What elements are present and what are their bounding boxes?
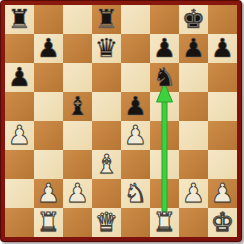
square-a6: ♟ [5,63,34,92]
square-h6 [208,63,237,92]
piece-black-bishop-c5: ♝ [63,92,92,121]
square-b6 [34,63,63,92]
piece-black-pawn-a6: ♟ [5,63,34,92]
square-b2: ♟ [34,179,63,208]
square-b5 [34,92,63,121]
square-g2: ♟ [179,179,208,208]
square-c6 [63,63,92,92]
square-f7: ♟ [150,34,179,63]
square-f4 [150,121,179,150]
square-a8: ♜ [5,5,34,34]
square-g5 [179,92,208,121]
square-f2 [150,179,179,208]
piece-black-pawn-h7: ♟ [208,34,237,63]
square-c8 [63,5,92,34]
square-a4: ♟ [5,121,34,150]
square-f1: ♜ [150,208,179,237]
square-h3 [208,150,237,179]
square-b4 [34,121,63,150]
piece-black-pawn-e5: ♟ [121,92,150,121]
square-d4 [92,121,121,150]
square-e4: ♟ [121,121,150,150]
square-h5 [208,92,237,121]
piece-black-pawn-g7: ♟ [179,34,208,63]
piece-white-rook-b1: ♜ [34,208,63,237]
board-frame: ♜♜♚♟♛♟♟♟♟♞♝♟♟♟♝♟♟♞♟♟♜♛♜♚ [0,0,242,242]
piece-black-rook-d8: ♜ [92,5,121,34]
piece-black-rook-a8: ♜ [5,5,34,34]
square-f8 [150,5,179,34]
square-h1: ♚ [208,208,237,237]
square-h4 [208,121,237,150]
square-c4 [63,121,92,150]
piece-black-queen-d7: ♛ [92,34,121,63]
square-a7 [5,34,34,63]
square-g4 [179,121,208,150]
square-e8 [121,5,150,34]
piece-white-pawn-a4: ♟ [5,121,34,150]
square-c2: ♟ [63,179,92,208]
square-g7: ♟ [179,34,208,63]
square-h7: ♟ [208,34,237,63]
square-e6 [121,63,150,92]
square-d6 [92,63,121,92]
square-a5 [5,92,34,121]
piece-white-bishop-d3: ♝ [92,150,121,179]
chess-board: ♜♜♚♟♛♟♟♟♟♞♝♟♟♟♝♟♟♞♟♟♜♛♜♚ [5,5,237,237]
square-h2: ♟ [208,179,237,208]
piece-white-pawn-g2: ♟ [179,179,208,208]
piece-black-pawn-b7: ♟ [34,34,63,63]
square-e7 [121,34,150,63]
square-g6 [179,63,208,92]
piece-white-rook-f1: ♜ [150,208,179,237]
square-b1: ♜ [34,208,63,237]
square-d5 [92,92,121,121]
piece-black-pawn-f7: ♟ [150,34,179,63]
square-b7: ♟ [34,34,63,63]
square-d1: ♛ [92,208,121,237]
piece-white-pawn-e4: ♟ [121,121,150,150]
square-d7: ♛ [92,34,121,63]
square-b8 [34,5,63,34]
square-h8 [208,5,237,34]
square-a2 [5,179,34,208]
piece-black-knight-f6: ♞ [150,63,179,92]
square-d2 [92,179,121,208]
square-d8: ♜ [92,5,121,34]
square-c7 [63,34,92,63]
square-e1 [121,208,150,237]
square-e3 [121,150,150,179]
square-g8: ♚ [179,5,208,34]
piece-white-queen-d1: ♛ [92,208,121,237]
square-d3: ♝ [92,150,121,179]
square-f6: ♞ [150,63,179,92]
square-g1 [179,208,208,237]
square-a3 [5,150,34,179]
square-c5: ♝ [63,92,92,121]
square-a1 [5,208,34,237]
square-e2: ♞ [121,179,150,208]
piece-white-knight-e2: ♞ [121,179,150,208]
piece-white-pawn-h2: ♟ [208,179,237,208]
piece-black-king-g8: ♚ [179,5,208,34]
piece-white-pawn-c2: ♟ [63,179,92,208]
square-c3 [63,150,92,179]
square-e5: ♟ [121,92,150,121]
square-f5 [150,92,179,121]
square-f3 [150,150,179,179]
square-g3 [179,150,208,179]
square-b3 [34,150,63,179]
piece-white-pawn-b2: ♟ [34,179,63,208]
piece-white-king-h1: ♚ [208,208,237,237]
square-c1 [63,208,92,237]
